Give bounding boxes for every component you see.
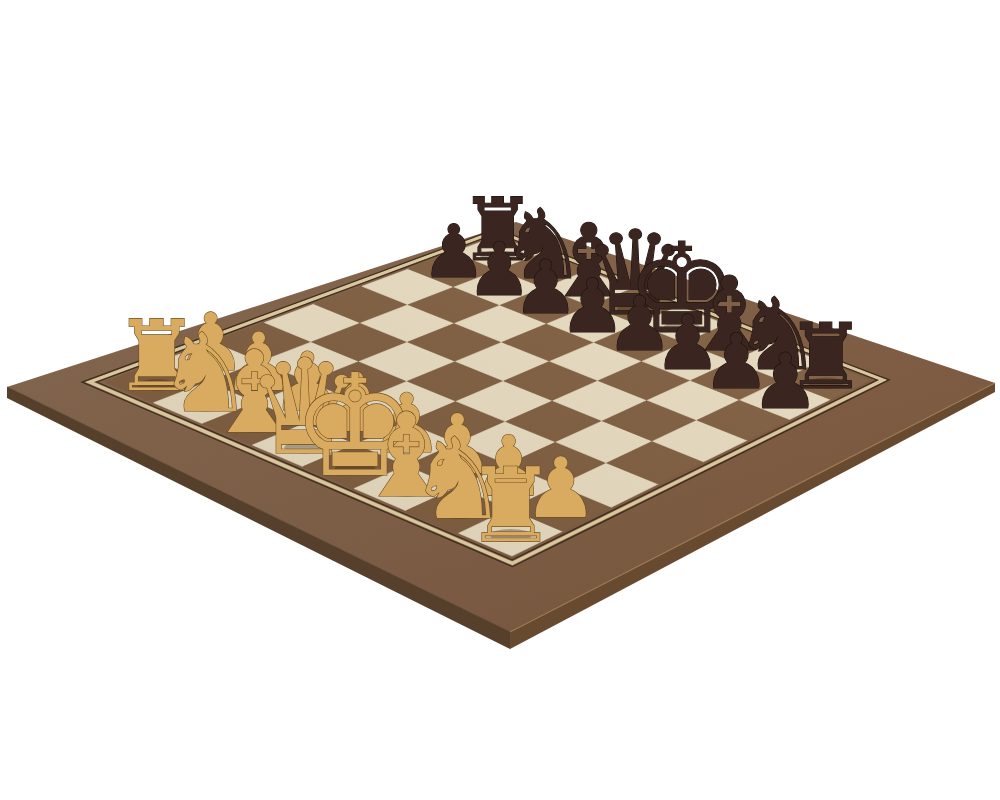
- chess-set-photo: ♜♟♞♟♝♟♛♟♚♟♝♞♟♟♜♟♟♜♟♟♞♟♝♟♛♟♚♟♝♟♞♜: [0, 0, 1000, 800]
- white-rook-h1[interactable]: ♜: [465, 446, 557, 565]
- black-pawn-h7[interactable]: ♟: [751, 337, 820, 426]
- chessboard: ♜♟♞♟♝♟♛♟♚♟♝♞♟♟♜♟♟♜♟♟♞♟♝♟♛♟♚♟♝♟♞♜: [0, 0, 1000, 800]
